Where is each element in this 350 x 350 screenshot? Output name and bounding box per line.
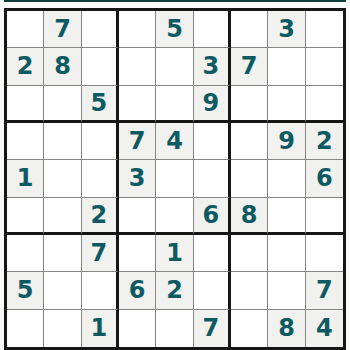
sudoku-cell-r9c4[interactable] bbox=[119, 310, 156, 347]
sudoku-cell-r6c8[interactable] bbox=[268, 198, 305, 235]
sudoku-cell-r9c7[interactable] bbox=[231, 310, 268, 347]
sudoku-cell-r1c6[interactable] bbox=[194, 11, 231, 48]
sudoku-cell-r3c6[interactable]: 9 bbox=[194, 86, 231, 123]
sudoku-board: 75328375974921362687156271784 bbox=[4, 8, 346, 350]
sudoku-cell-r2c7[interactable]: 7 bbox=[231, 48, 268, 85]
sudoku-cell-r2c4[interactable] bbox=[119, 48, 156, 85]
sudoku-cell-r6c6[interactable]: 6 bbox=[194, 198, 231, 235]
sudoku-cell-r8c7[interactable] bbox=[231, 272, 268, 309]
sudoku-cell-r5c7[interactable] bbox=[231, 160, 268, 197]
sudoku-cell-r9c9[interactable]: 4 bbox=[306, 310, 343, 347]
sudoku-cell-r6c1[interactable] bbox=[7, 198, 44, 235]
sudoku-cell-r6c2[interactable] bbox=[44, 198, 81, 235]
sudoku-cell-r2c9[interactable] bbox=[306, 48, 343, 85]
sudoku-cell-r1c5[interactable]: 5 bbox=[156, 11, 193, 48]
sudoku-cell-r8c2[interactable] bbox=[44, 272, 81, 309]
sudoku-cell-r3c4[interactable] bbox=[119, 86, 156, 123]
sudoku-cell-r2c5[interactable] bbox=[156, 48, 193, 85]
sudoku-cell-r7c2[interactable] bbox=[44, 235, 81, 272]
sudoku-cell-r2c2[interactable]: 8 bbox=[44, 48, 81, 85]
sudoku-cell-r3c8[interactable] bbox=[268, 86, 305, 123]
sudoku-cell-r3c3[interactable]: 5 bbox=[82, 86, 119, 123]
sudoku-cell-r8c3[interactable] bbox=[82, 272, 119, 309]
sudoku-cell-r3c7[interactable] bbox=[231, 86, 268, 123]
sudoku-cell-r2c8[interactable] bbox=[268, 48, 305, 85]
sudoku-cell-r6c5[interactable] bbox=[156, 198, 193, 235]
sudoku-cell-r7c8[interactable] bbox=[268, 235, 305, 272]
sudoku-cell-r1c1[interactable] bbox=[7, 11, 44, 48]
sudoku-cell-r8c5[interactable]: 2 bbox=[156, 272, 193, 309]
sudoku-cell-r4c5[interactable]: 4 bbox=[156, 123, 193, 160]
sudoku-cell-r5c1[interactable]: 1 bbox=[7, 160, 44, 197]
sudoku-cell-r7c7[interactable] bbox=[231, 235, 268, 272]
sudoku-cell-r7c4[interactable] bbox=[119, 235, 156, 272]
top-accent-line bbox=[4, 0, 346, 2]
sudoku-cell-r9c8[interactable]: 8 bbox=[268, 310, 305, 347]
sudoku-cell-r1c7[interactable] bbox=[231, 11, 268, 48]
sudoku-cell-r5c3[interactable] bbox=[82, 160, 119, 197]
sudoku-cell-r8c1[interactable]: 5 bbox=[7, 272, 44, 309]
sudoku-cell-r5c2[interactable] bbox=[44, 160, 81, 197]
sudoku-cell-r9c3[interactable]: 1 bbox=[82, 310, 119, 347]
sudoku-cell-r2c1[interactable]: 2 bbox=[7, 48, 44, 85]
sudoku-cell-r4c2[interactable] bbox=[44, 123, 81, 160]
sudoku-cell-r1c9[interactable] bbox=[306, 11, 343, 48]
sudoku-cell-r7c5[interactable]: 1 bbox=[156, 235, 193, 272]
sudoku-cell-r4c8[interactable]: 9 bbox=[268, 123, 305, 160]
sudoku-cell-r5c5[interactable] bbox=[156, 160, 193, 197]
sudoku-cell-r5c4[interactable]: 3 bbox=[119, 160, 156, 197]
sudoku-cell-r7c9[interactable] bbox=[306, 235, 343, 272]
sudoku-cell-r4c6[interactable] bbox=[194, 123, 231, 160]
sudoku-cell-r9c5[interactable] bbox=[156, 310, 193, 347]
sudoku-cell-r5c6[interactable] bbox=[194, 160, 231, 197]
sudoku-cell-r8c9[interactable]: 7 bbox=[306, 272, 343, 309]
sudoku-cell-r3c2[interactable] bbox=[44, 86, 81, 123]
sudoku-cell-r9c1[interactable] bbox=[7, 310, 44, 347]
sudoku-cell-r4c9[interactable]: 2 bbox=[306, 123, 343, 160]
sudoku-cell-r6c4[interactable] bbox=[119, 198, 156, 235]
sudoku-cell-r6c7[interactable]: 8 bbox=[231, 198, 268, 235]
sudoku-cell-r4c7[interactable] bbox=[231, 123, 268, 160]
sudoku-cell-r1c3[interactable] bbox=[82, 11, 119, 48]
sudoku-cell-r8c8[interactable] bbox=[268, 272, 305, 309]
sudoku-cell-r9c2[interactable] bbox=[44, 310, 81, 347]
sudoku-cell-r6c3[interactable]: 2 bbox=[82, 198, 119, 235]
sudoku-cell-r7c3[interactable]: 7 bbox=[82, 235, 119, 272]
sudoku-cell-r4c4[interactable]: 7 bbox=[119, 123, 156, 160]
sudoku-cell-r1c2[interactable]: 7 bbox=[44, 11, 81, 48]
sudoku-cell-r4c1[interactable] bbox=[7, 123, 44, 160]
sudoku-cell-r8c6[interactable] bbox=[194, 272, 231, 309]
sudoku-cell-r4c3[interactable] bbox=[82, 123, 119, 160]
sudoku-cell-r6c9[interactable] bbox=[306, 198, 343, 235]
sudoku-cell-r1c8[interactable]: 3 bbox=[268, 11, 305, 48]
sudoku-cell-r7c1[interactable] bbox=[7, 235, 44, 272]
sudoku-cell-r3c5[interactable] bbox=[156, 86, 193, 123]
sudoku-cell-r8c4[interactable]: 6 bbox=[119, 272, 156, 309]
sudoku-cell-r7c6[interactable] bbox=[194, 235, 231, 272]
sudoku-cell-r2c3[interactable] bbox=[82, 48, 119, 85]
sudoku-cell-r5c8[interactable] bbox=[268, 160, 305, 197]
sudoku-cell-r3c1[interactable] bbox=[7, 86, 44, 123]
sudoku-cell-r3c9[interactable] bbox=[306, 86, 343, 123]
sudoku-cell-r1c4[interactable] bbox=[119, 11, 156, 48]
sudoku-cell-r2c6[interactable]: 3 bbox=[194, 48, 231, 85]
sudoku-cell-r9c6[interactable]: 7 bbox=[194, 310, 231, 347]
sudoku-cell-r5c9[interactable]: 6 bbox=[306, 160, 343, 197]
